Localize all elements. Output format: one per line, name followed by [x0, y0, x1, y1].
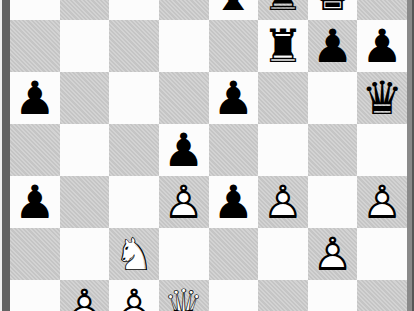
black-pawn: ♟: [213, 176, 254, 228]
black-pawn: ♟: [312, 20, 353, 72]
square-d4[interactable]: ♟♙: [159, 176, 209, 228]
square-e4[interactable]: ♟: [209, 176, 259, 228]
square-c4[interactable]: [109, 176, 159, 228]
white-pawn: ♟♙: [113, 280, 154, 311]
square-h3[interactable]: [357, 228, 407, 280]
square-h5[interactable]: [357, 124, 407, 176]
square-c6[interactable]: [109, 72, 159, 124]
square-a4[interactable]: ♟: [10, 176, 60, 228]
board-left-border: [0, 0, 10, 311]
white-pawn: ♟♙: [312, 228, 353, 280]
square-f6[interactable]: [258, 72, 308, 124]
white-queen: ♛♕: [163, 280, 204, 311]
black-rook: ♜: [262, 20, 303, 72]
square-d5[interactable]: ♟: [159, 124, 209, 176]
square-b3[interactable]: [60, 228, 110, 280]
square-h2[interactable]: [357, 280, 407, 311]
square-c7[interactable]: [109, 20, 159, 72]
square-g2[interactable]: [308, 280, 358, 311]
black-pawn: ♟: [14, 72, 55, 124]
white-pawn: ♟♙: [362, 176, 403, 228]
black-pawn: ♟: [362, 20, 403, 72]
board-right-border: [407, 0, 414, 311]
glyph-outline: ♘: [113, 227, 154, 281]
chess-diagram: ♝♜♚♜♟♟♟♟♛♟♟♟♙♟♟♙♟♙♞♘♟♙♟♙♟♙♛♕: [0, 0, 414, 311]
square-c5[interactable]: [109, 124, 159, 176]
square-e6[interactable]: ♟: [209, 72, 259, 124]
square-d2[interactable]: ♛♕: [159, 280, 209, 311]
square-e7[interactable]: [209, 20, 259, 72]
white-pawn: ♟♙: [163, 176, 204, 228]
square-e2[interactable]: [209, 280, 259, 311]
white-pawn: ♟♙: [262, 176, 303, 228]
glyph-outline: ♙: [64, 279, 105, 311]
square-c8[interactable]: [109, 0, 159, 20]
square-d6[interactable]: [159, 72, 209, 124]
square-b4[interactable]: [60, 176, 110, 228]
black-king: ♚: [312, 0, 353, 20]
square-d7[interactable]: [159, 20, 209, 72]
white-pawn: ♟♙: [64, 280, 105, 311]
square-b7[interactable]: [60, 20, 110, 72]
black-pawn: ♟: [14, 176, 55, 228]
black-pawn: ♟: [213, 72, 254, 124]
glyph-outline: ♙: [362, 175, 403, 229]
square-b6[interactable]: [60, 72, 110, 124]
square-f5[interactable]: [258, 124, 308, 176]
square-g6[interactable]: [308, 72, 358, 124]
square-a2[interactable]: [10, 280, 60, 311]
square-h6[interactable]: ♛: [357, 72, 407, 124]
black-queen: ♛: [362, 72, 403, 124]
glyph-outline: ♙: [312, 227, 353, 281]
square-g5[interactable]: [308, 124, 358, 176]
chess-board: ♝♜♚♜♟♟♟♟♛♟♟♟♙♟♟♙♟♙♞♘♟♙♟♙♟♙♛♕: [10, 0, 407, 311]
square-g4[interactable]: [308, 176, 358, 228]
square-b5[interactable]: [60, 124, 110, 176]
square-f4[interactable]: ♟♙: [258, 176, 308, 228]
square-a5[interactable]: [10, 124, 60, 176]
square-d8[interactable]: [159, 0, 209, 20]
white-knight: ♞♘: [113, 228, 154, 280]
square-a8[interactable]: [10, 0, 60, 20]
glyph-outline: ♙: [262, 175, 303, 229]
square-f8[interactable]: ♜: [258, 0, 308, 20]
square-h4[interactable]: ♟♙: [357, 176, 407, 228]
square-b2[interactable]: ♟♙: [60, 280, 110, 311]
square-g3[interactable]: ♟♙: [308, 228, 358, 280]
square-f3[interactable]: [258, 228, 308, 280]
square-f2[interactable]: [258, 280, 308, 311]
square-a7[interactable]: [10, 20, 60, 72]
square-f7[interactable]: ♜: [258, 20, 308, 72]
square-h8[interactable]: [357, 0, 407, 20]
square-a3[interactable]: [10, 228, 60, 280]
black-rook: ♜: [262, 0, 303, 20]
square-e8[interactable]: ♝: [209, 0, 259, 20]
square-a6[interactable]: ♟: [10, 72, 60, 124]
glyph-outline: ♙: [163, 175, 204, 229]
square-d3[interactable]: [159, 228, 209, 280]
square-g7[interactable]: ♟: [308, 20, 358, 72]
square-h7[interactable]: ♟: [357, 20, 407, 72]
square-b8[interactable]: [60, 0, 110, 20]
glyph-outline: ♙: [113, 279, 154, 311]
square-e5[interactable]: [209, 124, 259, 176]
square-c3[interactable]: ♞♘: [109, 228, 159, 280]
square-g8[interactable]: ♚: [308, 0, 358, 20]
glyph-outline: ♕: [163, 279, 204, 311]
black-bishop: ♝: [213, 0, 254, 20]
square-e3[interactable]: [209, 228, 259, 280]
square-c2[interactable]: ♟♙: [109, 280, 159, 311]
black-pawn: ♟: [163, 124, 204, 176]
